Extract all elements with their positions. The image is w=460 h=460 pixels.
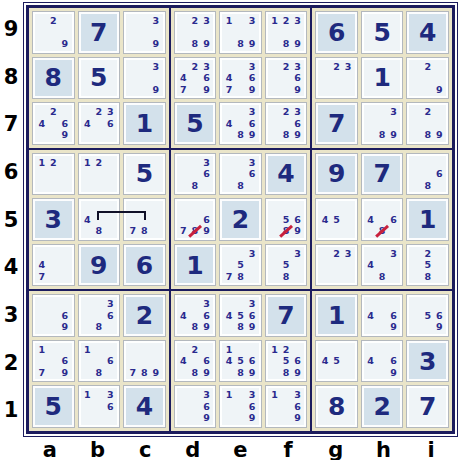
cell-a8[interactable]: 8 [32, 57, 75, 100]
candidate-5: 5 [280, 259, 292, 271]
candidate-8: 8 [139, 367, 151, 379]
candidate-6: 6 [59, 310, 71, 322]
cell-d3[interactable]: 34689 [174, 294, 217, 337]
row-label-2: 2 [0, 339, 22, 387]
cell-value: 9 [90, 253, 107, 278]
candidate-grid: 45 [316, 341, 357, 382]
cell-value: 5 [90, 65, 107, 90]
candidate-6: 6 [246, 401, 258, 413]
cell-e5[interactable]: 2 [219, 198, 262, 241]
candidate-6: 6 [59, 355, 71, 367]
candidate-6: 6 [292, 118, 304, 130]
candidate-grid: 125689 [266, 341, 307, 382]
candidate-grid: 789 [124, 341, 165, 382]
cell-value: 8 [328, 394, 345, 419]
cell-d1[interactable]: 369 [174, 385, 217, 428]
candidate-6: 6 [292, 72, 304, 84]
candidate-3: 3 [246, 157, 258, 169]
cell-value: 2 [136, 303, 153, 328]
cell-i8[interactable]: 29 [406, 57, 449, 100]
cell-h2[interactable]: 469 [361, 340, 404, 383]
candidate-4: 4 [178, 310, 190, 322]
cell-e6[interactable]: 368 [219, 153, 262, 196]
cell-f2[interactable]: 125689 [265, 340, 308, 383]
cell-i7[interactable]: 289 [406, 102, 449, 145]
candidate-1: 1 [269, 389, 281, 401]
candidate-grid: 23 [316, 58, 357, 99]
candidate-1: 1 [269, 344, 281, 356]
cell-i1[interactable]: 7 [406, 385, 449, 428]
cell-g7[interactable]: 7 [315, 102, 358, 145]
candidate-grid: 2469 [33, 103, 74, 144]
row-label-9: 9 [0, 5, 22, 53]
candidate-grid: 34689 [220, 103, 261, 144]
candidate-7: 7 [223, 84, 235, 96]
candidate-5: 5 [422, 259, 434, 271]
candidate-grid: 39 [124, 58, 165, 99]
candidate-5: 5 [331, 355, 343, 367]
strong-link-annotation [97, 211, 146, 220]
candidate-4: 4 [365, 259, 377, 271]
candidate-3: 3 [292, 248, 304, 260]
cell-h8[interactable]: 1 [361, 57, 404, 100]
candidate-9: 9 [433, 129, 445, 141]
candidate-8: 8 [280, 271, 292, 283]
cell-a9[interactable]: 29 [32, 11, 75, 54]
candidate-6: 6 [246, 168, 258, 180]
candidate-9: 9 [59, 129, 71, 141]
candidate-8: 8 [235, 129, 247, 141]
candidate-5: 5 [235, 310, 247, 322]
cell-value: 3 [45, 207, 62, 232]
candidate-9: 9 [292, 225, 304, 237]
cell-b4[interactable]: 9 [78, 244, 121, 287]
cell-a4[interactable]: 47 [32, 244, 75, 287]
cell-b9[interactable]: 7 [78, 11, 121, 54]
candidate-9: 9 [201, 412, 213, 424]
candidate-2: 2 [280, 106, 292, 118]
sudoku-board: 2973985392469234612389138912389234679346… [26, 5, 455, 434]
candidate-3: 3 [105, 298, 117, 310]
candidate-2: 2 [280, 15, 292, 27]
cell-value: 7 [277, 303, 294, 328]
candidate-grid: 12 [79, 154, 120, 195]
cell-value: 4 [277, 161, 294, 186]
candidate-3: 3 [246, 15, 258, 27]
cell-f9[interactable]: 12389 [265, 11, 308, 54]
candidate-grid: 368 [175, 154, 216, 195]
box-0: 297398539246923461 [29, 8, 169, 148]
candidate-8: 8 [235, 321, 247, 333]
cell-e7[interactable]: 34689 [219, 102, 262, 145]
cell-value: 6 [136, 253, 153, 278]
candidate-2: 2 [189, 61, 201, 73]
candidate-3: 3 [201, 61, 213, 73]
cell-h9[interactable]: 5 [361, 11, 404, 54]
candidate-6: 6 [201, 214, 213, 226]
candidate-grid: 47 [33, 245, 74, 286]
cell-d7[interactable]: 5 [174, 102, 217, 145]
cell-value: 3 [419, 349, 436, 374]
candidate-grid: 39 [124, 12, 165, 53]
candidate-9: 9 [433, 321, 445, 333]
cell-c9[interactable]: 39 [123, 11, 166, 54]
candidate-9: 9 [246, 321, 258, 333]
candidate-grid: 145689 [220, 341, 261, 382]
candidate-2: 2 [280, 344, 292, 356]
candidate-grid: 469 [362, 341, 403, 382]
cell-f3[interactable]: 7 [265, 294, 308, 337]
candidate-6: 6 [201, 310, 213, 322]
cell-h7[interactable]: 389 [361, 102, 404, 145]
candidate-8: 8 [280, 129, 292, 141]
cell-e3[interactable]: 345689 [219, 294, 262, 337]
cell-d6[interactable]: 368 [174, 153, 217, 196]
cell-value: 9 [328, 161, 345, 186]
cell-c8[interactable]: 39 [123, 57, 166, 100]
candidate-4: 4 [36, 118, 48, 130]
candidate-1: 1 [269, 15, 281, 27]
cell-g6[interactable]: 9 [315, 153, 358, 196]
candidate-4: 4 [365, 310, 377, 322]
cell-a3[interactable]: 69 [32, 294, 75, 337]
candidate-2: 2 [48, 157, 60, 169]
candidate-4: 4 [223, 310, 235, 322]
row-label-5: 5 [0, 196, 22, 244]
cell-b7[interactable]: 2346 [78, 102, 121, 145]
candidate-9: 9 [246, 412, 258, 424]
candidate-1: 1 [36, 344, 48, 356]
cell-c4[interactable]: 6 [123, 244, 166, 287]
col-label-f: f [264, 438, 312, 460]
candidate-9: 9 [246, 38, 258, 50]
cell-h6[interactable]: 7 [361, 153, 404, 196]
candidate-8: 8 [93, 225, 105, 237]
candidate-3: 3 [342, 248, 354, 260]
candidate-2: 2 [93, 157, 105, 169]
candidate-3: 3 [246, 298, 258, 310]
candidate-6: 6 [246, 310, 258, 322]
row-label-1: 1 [0, 386, 22, 434]
cell-value: 1 [186, 253, 203, 278]
candidate-grid: 136 [79, 386, 120, 427]
cell-i6[interactable]: 68 [406, 153, 449, 196]
cell-a5[interactable]: 3 [32, 198, 75, 241]
candidate-6: 6 [201, 168, 213, 180]
candidate-3: 3 [201, 389, 213, 401]
candidate-4: 4 [82, 214, 94, 226]
cell-value: 8 [45, 65, 62, 90]
candidate-9: 9 [150, 38, 162, 50]
col-label-i: i [407, 438, 455, 460]
col-label-d: d [169, 438, 217, 460]
cell-a1[interactable]: 5 [32, 385, 75, 428]
candidate-2: 2 [422, 106, 434, 118]
cell-b6[interactable]: 12 [78, 153, 121, 196]
candidate-3: 3 [150, 15, 162, 27]
candidate-grid: 45 [316, 199, 357, 240]
candidate-8: 8 [189, 321, 201, 333]
candidate-8: 8 [422, 129, 434, 141]
cell-f5[interactable]: 5689 [265, 198, 308, 241]
cell-value: 2 [232, 207, 249, 232]
candidate-9: 9 [59, 321, 71, 333]
candidate-9: 9 [201, 84, 213, 96]
cell-c7[interactable]: 1 [123, 102, 166, 145]
candidate-3: 3 [388, 106, 400, 118]
candidate-grid: 258 [407, 245, 448, 286]
cell-value: 7 [419, 394, 436, 419]
candidate-6: 6 [105, 401, 117, 413]
candidate-1: 1 [82, 344, 94, 356]
cell-f8[interactable]: 2369 [265, 57, 308, 100]
candidate-grid: 12389 [266, 12, 307, 53]
candidate-2: 2 [48, 106, 60, 118]
candidate-9: 9 [292, 38, 304, 50]
candidate-grid: 29 [407, 58, 448, 99]
candidate-4: 4 [365, 355, 377, 367]
candidate-9: 9 [201, 367, 213, 379]
cell-h5[interactable]: 468 [361, 198, 404, 241]
cell-c2[interactable]: 789 [123, 340, 166, 383]
candidate-3: 3 [246, 61, 258, 73]
candidate-grid: 469 [362, 295, 403, 336]
candidate-7: 7 [178, 84, 190, 96]
cell-e9[interactable]: 1389 [219, 11, 262, 54]
cell-i4[interactable]: 258 [406, 244, 449, 287]
candidate-9: 9 [292, 412, 304, 424]
candidate-6: 6 [201, 355, 213, 367]
candidate-9: 9 [388, 367, 400, 379]
candidate-3: 3 [105, 106, 117, 118]
candidate-grid: 2389 [175, 12, 216, 53]
row-labels: 987654321 [0, 5, 22, 434]
candidate-6: 6 [246, 355, 258, 367]
candidate-8: 8 [189, 180, 201, 192]
candidate-grid: 1389 [220, 12, 261, 53]
cell-h1[interactable]: 2 [361, 385, 404, 428]
cell-value: 2 [373, 394, 390, 419]
cell-a6[interactable]: 12 [32, 153, 75, 196]
candidate-3: 3 [150, 61, 162, 73]
cell-a2[interactable]: 1679 [32, 340, 75, 383]
cell-d9[interactable]: 2389 [174, 11, 217, 54]
candidate-grid: 34689 [175, 295, 216, 336]
col-labels: abcdefghi [26, 438, 455, 460]
candidate-3: 3 [342, 61, 354, 73]
candidate-7: 7 [127, 225, 139, 237]
candidate-8: 8 [376, 271, 388, 283]
cell-g5[interactable]: 45 [315, 198, 358, 241]
row-label-8: 8 [0, 53, 22, 101]
candidate-3: 3 [246, 389, 258, 401]
candidate-2: 2 [422, 61, 434, 73]
cell-f1[interactable]: 1369 [265, 385, 308, 428]
candidate-8: 8 [280, 38, 292, 50]
candidate-3: 3 [201, 157, 213, 169]
box-5: 976845468123348258 [312, 150, 452, 290]
candidate-8: 8 [235, 367, 247, 379]
candidate-3: 3 [388, 248, 400, 260]
candidate-grid: 1679 [33, 341, 74, 382]
candidate-grid: 569 [407, 295, 448, 336]
candidate-9: 9 [201, 321, 213, 333]
candidate-5: 5 [235, 259, 247, 271]
candidate-9: 9 [388, 129, 400, 141]
candidate-8: 8 [280, 367, 292, 379]
cell-d8[interactable]: 234679 [174, 57, 217, 100]
candidate-grid: 34679 [220, 58, 261, 99]
cell-e4[interactable]: 3578 [219, 244, 262, 287]
candidate-1: 1 [223, 344, 235, 356]
col-label-a: a [26, 438, 74, 460]
candidate-6: 6 [105, 310, 117, 322]
sudoku-app: 987654321 297398539246923461238913891238… [0, 0, 460, 460]
candidate-8: 8 [93, 321, 105, 333]
cell-d5[interactable]: 6789 [174, 198, 217, 241]
cell-value: 7 [373, 161, 390, 186]
candidate-9: 9 [59, 367, 71, 379]
cell-f4[interactable]: 358 [265, 244, 308, 287]
cell-value: 5 [45, 394, 62, 419]
candidate-3: 3 [292, 106, 304, 118]
candidate-3: 3 [105, 389, 117, 401]
cell-e2[interactable]: 145689 [219, 340, 262, 383]
candidate-7: 7 [127, 367, 139, 379]
cell-g2[interactable]: 45 [315, 340, 358, 383]
candidate-grid: 289 [407, 103, 448, 144]
candidate-6: 6 [388, 355, 400, 367]
cell-c3[interactable]: 2 [123, 294, 166, 337]
cell-a7[interactable]: 2469 [32, 102, 75, 145]
row-label-3: 3 [0, 291, 22, 339]
candidate-grid: 6789 [175, 199, 216, 240]
candidate-9: 9 [150, 367, 162, 379]
candidate-grid: 29 [33, 12, 74, 53]
candidate-2: 2 [331, 248, 343, 260]
box-7: 3468934568972468914568912568936913691369 [171, 291, 311, 431]
cell-d4[interactable]: 1 [174, 244, 217, 287]
cell-e1[interactable]: 1369 [219, 385, 262, 428]
candidate-grid: 234679 [175, 58, 216, 99]
cell-value: 7 [328, 111, 345, 136]
candidate-grid: 168 [79, 341, 120, 382]
candidate-grid: 368 [220, 154, 261, 195]
cell-b1[interactable]: 136 [78, 385, 121, 428]
candidate-3: 3 [292, 15, 304, 27]
cell-i5[interactable]: 1 [406, 198, 449, 241]
candidate-4: 4 [82, 118, 94, 130]
candidate-4: 4 [319, 355, 331, 367]
cell-g3[interactable]: 1 [315, 294, 358, 337]
candidate-8: 8 [189, 367, 201, 379]
candidate-4: 4 [223, 118, 235, 130]
cell-value: 7 [90, 20, 107, 45]
candidate-8: 8 [235, 180, 247, 192]
cell-b8[interactable]: 5 [78, 57, 121, 100]
candidate-4: 4 [36, 259, 48, 271]
candidate-9: 9 [292, 367, 304, 379]
col-label-h: h [360, 438, 408, 460]
cell-g8[interactable]: 23 [315, 57, 358, 100]
candidate-6: 6 [105, 355, 117, 367]
cell-b3[interactable]: 368 [78, 294, 121, 337]
box-1: 238913891238923467934679236953468923689 [171, 8, 311, 148]
candidate-3: 3 [201, 15, 213, 27]
candidate-9: 9 [433, 84, 445, 96]
candidate-5: 5 [235, 355, 247, 367]
cell-i9[interactable]: 4 [406, 11, 449, 54]
candidate-6: 6 [105, 118, 117, 130]
cell-c6[interactable]: 5 [123, 153, 166, 196]
box-2: 654231297389289 [312, 8, 452, 148]
candidate-grid: 68 [407, 154, 448, 195]
candidate-3: 3 [292, 389, 304, 401]
cell-value: 1 [136, 111, 153, 136]
candidate-6: 6 [292, 401, 304, 413]
candidate-7: 7 [36, 367, 48, 379]
box-4: 368368467892568913578358 [171, 150, 311, 290]
candidate-2: 2 [48, 15, 60, 27]
cell-value: 5 [136, 161, 153, 186]
candidate-grid: 345689 [220, 295, 261, 336]
cell-h3[interactable]: 469 [361, 294, 404, 337]
candidate-8: 8 [139, 225, 151, 237]
cell-h4[interactable]: 348 [361, 244, 404, 287]
candidate-1: 1 [82, 389, 94, 401]
candidate-8: 8 [422, 271, 434, 283]
cell-g9[interactable]: 6 [315, 11, 358, 54]
cell-g1[interactable]: 8 [315, 385, 358, 428]
candidate-grid: 12 [33, 154, 74, 195]
candidate-4: 4 [178, 355, 190, 367]
cell-e8[interactable]: 34679 [219, 57, 262, 100]
candidate-2: 2 [422, 248, 434, 260]
candidate-9: 9 [201, 225, 213, 237]
cell-f6[interactable]: 4 [265, 153, 308, 196]
cell-c1[interactable]: 4 [123, 385, 166, 428]
cell-b2[interactable]: 168 [78, 340, 121, 383]
candidate-5: 5 [422, 310, 434, 322]
candidate-8: 8 [189, 225, 201, 237]
candidate-6: 6 [246, 72, 258, 84]
cell-d2[interactable]: 24689 [174, 340, 217, 383]
candidate-1: 1 [223, 389, 235, 401]
cell-value: 5 [373, 20, 390, 45]
candidate-9: 9 [246, 84, 258, 96]
col-label-e: e [217, 438, 265, 460]
candidate-6: 6 [201, 401, 213, 413]
candidate-9: 9 [388, 321, 400, 333]
candidate-2: 2 [331, 61, 343, 73]
cell-i2[interactable]: 3 [406, 340, 449, 383]
cell-value: 4 [136, 394, 153, 419]
cell-f7[interactable]: 23689 [265, 102, 308, 145]
row-label-4: 4 [0, 243, 22, 291]
candidate-3: 3 [292, 61, 304, 73]
candidate-2: 2 [189, 15, 201, 27]
candidate-8: 8 [376, 225, 388, 237]
candidate-6: 6 [388, 214, 400, 226]
candidate-7: 7 [223, 271, 235, 283]
cell-g4[interactable]: 23 [315, 244, 358, 287]
candidate-4: 4 [178, 72, 190, 84]
cell-value: 1 [419, 207, 436, 232]
cell-i3[interactable]: 569 [406, 294, 449, 337]
candidate-grid: 1369 [220, 386, 261, 427]
candidate-5: 5 [331, 214, 343, 226]
candidate-4: 4 [365, 214, 377, 226]
